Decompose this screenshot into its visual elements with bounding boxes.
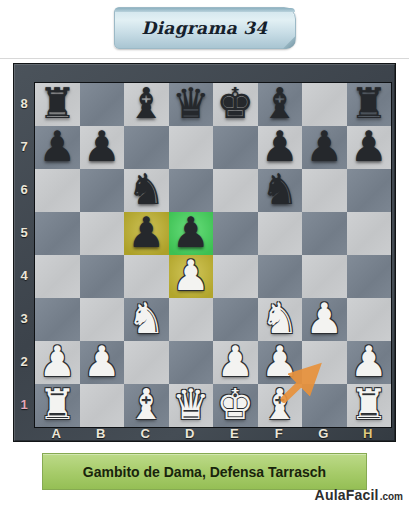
piece-black-queen: ♛ bbox=[172, 83, 210, 125]
square-g2 bbox=[302, 341, 347, 384]
file-label-a: A bbox=[34, 426, 79, 442]
square-f2: ♟ bbox=[258, 341, 303, 384]
square-h8: ♜ bbox=[347, 83, 392, 126]
separator-line bbox=[0, 58, 409, 59]
rank-labels: 87654321 bbox=[14, 82, 34, 426]
piece-black-king: ♚ bbox=[216, 83, 254, 125]
file-label-b: B bbox=[79, 426, 124, 442]
piece-black-bishop: ♝ bbox=[261, 83, 299, 125]
square-f4 bbox=[258, 255, 303, 298]
file-label-d: D bbox=[168, 426, 213, 442]
square-a3 bbox=[35, 298, 80, 341]
piece-black-rook: ♜ bbox=[350, 83, 388, 125]
square-g5 bbox=[302, 212, 347, 255]
square-b6 bbox=[80, 169, 125, 212]
square-a6 bbox=[35, 169, 80, 212]
square-g8 bbox=[302, 83, 347, 126]
page: Diagrama 34 87654321 ♜♝♛♚♝♜♟♟♟♟♟♞♞♟♟♟♞♞♟… bbox=[0, 7, 409, 490]
piece-black-knight: ♞ bbox=[261, 169, 299, 211]
piece-white-pawn: ♟ bbox=[305, 298, 343, 340]
square-e6 bbox=[213, 169, 258, 212]
piece-white-pawn: ♟ bbox=[216, 341, 254, 383]
square-d4: ♟ bbox=[169, 255, 214, 298]
square-e2: ♟ bbox=[213, 341, 258, 384]
piece-white-bishop: ♝ bbox=[261, 384, 299, 426]
square-g3: ♟ bbox=[302, 298, 347, 341]
square-a7: ♟ bbox=[35, 126, 80, 169]
square-f1: ♝ bbox=[258, 384, 303, 427]
rank-label-6: 6 bbox=[14, 168, 34, 211]
square-a1: ♜ bbox=[35, 384, 80, 427]
square-d6 bbox=[169, 169, 214, 212]
square-f8: ♝ bbox=[258, 83, 303, 126]
caption-banner: Gambito de Dama, Defensa Tarrasch bbox=[42, 453, 367, 490]
square-b3 bbox=[80, 298, 125, 341]
square-d8: ♛ bbox=[169, 83, 214, 126]
caption-text: Gambito de Dama, Defensa Tarrasch bbox=[83, 464, 326, 480]
square-d1: ♛ bbox=[169, 384, 214, 427]
square-d3 bbox=[169, 298, 214, 341]
square-c6: ♞ bbox=[124, 169, 169, 212]
square-h3 bbox=[347, 298, 392, 341]
piece-white-bishop: ♝ bbox=[127, 384, 165, 426]
square-g6 bbox=[302, 169, 347, 212]
square-g7: ♟ bbox=[302, 126, 347, 169]
watermark-suffix: .com bbox=[380, 491, 403, 502]
piece-white-rook: ♜ bbox=[38, 384, 76, 426]
board-squares: ♜♝♛♚♝♜♟♟♟♟♟♞♞♟♟♟♞♞♟♟♟♟♟♟♜♝♛♚♝♜ bbox=[34, 82, 392, 428]
square-a2: ♟ bbox=[35, 341, 80, 384]
piece-white-pawn: ♟ bbox=[38, 341, 76, 383]
square-h6 bbox=[347, 169, 392, 212]
square-e1: ♚ bbox=[213, 384, 258, 427]
file-label-g: G bbox=[301, 426, 346, 442]
square-g1 bbox=[302, 384, 347, 427]
chess-board: 87654321 ♜♝♛♚♝♜♟♟♟♟♟♞♞♟♟♟♞♞♟♟♟♟♟♟♜♝♛♚♝♜ … bbox=[13, 63, 396, 442]
square-c7 bbox=[124, 126, 169, 169]
square-c2 bbox=[124, 341, 169, 384]
piece-black-pawn: ♟ bbox=[172, 212, 210, 254]
piece-white-pawn: ♟ bbox=[83, 341, 121, 383]
square-f3: ♞ bbox=[258, 298, 303, 341]
square-b2: ♟ bbox=[80, 341, 125, 384]
square-c1: ♝ bbox=[124, 384, 169, 427]
file-label-e: E bbox=[212, 426, 257, 442]
square-b1 bbox=[80, 384, 125, 427]
piece-black-pawn: ♟ bbox=[127, 212, 165, 254]
square-f6: ♞ bbox=[258, 169, 303, 212]
square-e4 bbox=[213, 255, 258, 298]
piece-white-queen: ♛ bbox=[172, 384, 210, 426]
square-a5 bbox=[35, 212, 80, 255]
piece-black-pawn: ♟ bbox=[38, 126, 76, 168]
square-h4 bbox=[347, 255, 392, 298]
diagram-title-plaque: Diagrama 34 bbox=[114, 7, 296, 49]
rank-label-4: 4 bbox=[14, 254, 34, 297]
square-a8: ♜ bbox=[35, 83, 80, 126]
file-labels: ABCDEFGH bbox=[34, 426, 390, 442]
file-label-f: F bbox=[257, 426, 302, 442]
piece-white-king: ♚ bbox=[216, 384, 254, 426]
square-h2: ♟ bbox=[347, 341, 392, 384]
rank-label-5: 5 bbox=[14, 211, 34, 254]
piece-black-pawn: ♟ bbox=[305, 126, 343, 168]
square-c8: ♝ bbox=[124, 83, 169, 126]
piece-white-pawn: ♟ bbox=[172, 255, 210, 297]
square-d2 bbox=[169, 341, 214, 384]
watermark-brand: AulaFacil bbox=[315, 487, 379, 503]
square-h1: ♜ bbox=[347, 384, 392, 427]
square-a4 bbox=[35, 255, 80, 298]
square-e8: ♚ bbox=[213, 83, 258, 126]
square-e3 bbox=[213, 298, 258, 341]
piece-black-bishop: ♝ bbox=[127, 83, 165, 125]
square-e5 bbox=[213, 212, 258, 255]
rank-label-2: 2 bbox=[14, 340, 34, 383]
piece-white-pawn: ♟ bbox=[261, 341, 299, 383]
square-d5: ♟ bbox=[169, 212, 214, 255]
rank-label-3: 3 bbox=[14, 297, 34, 340]
square-c5: ♟ bbox=[124, 212, 169, 255]
rank-label-1: 1 bbox=[14, 383, 34, 426]
square-b8 bbox=[80, 83, 125, 126]
file-label-c: C bbox=[123, 426, 168, 442]
piece-black-pawn: ♟ bbox=[350, 126, 388, 168]
file-label-h: H bbox=[346, 426, 391, 442]
piece-white-knight: ♞ bbox=[261, 298, 299, 340]
square-g4 bbox=[302, 255, 347, 298]
square-b5 bbox=[80, 212, 125, 255]
rank-label-8: 8 bbox=[14, 82, 34, 125]
square-c3: ♞ bbox=[124, 298, 169, 341]
square-b4 bbox=[80, 255, 125, 298]
piece-black-knight: ♞ bbox=[127, 169, 165, 211]
piece-black-pawn: ♟ bbox=[83, 126, 121, 168]
square-c4 bbox=[124, 255, 169, 298]
rank-label-7: 7 bbox=[14, 125, 34, 168]
square-f7: ♟ bbox=[258, 126, 303, 169]
piece-black-rook: ♜ bbox=[38, 83, 76, 125]
diagram-title: Diagrama 34 bbox=[142, 18, 268, 38]
piece-white-knight: ♞ bbox=[127, 298, 165, 340]
square-h5 bbox=[347, 212, 392, 255]
piece-black-pawn: ♟ bbox=[261, 126, 299, 168]
square-f5 bbox=[258, 212, 303, 255]
piece-white-rook: ♜ bbox=[350, 384, 388, 426]
piece-white-pawn: ♟ bbox=[350, 341, 388, 383]
square-h7: ♟ bbox=[347, 126, 392, 169]
square-e7 bbox=[213, 126, 258, 169]
square-b7: ♟ bbox=[80, 126, 125, 169]
square-d7 bbox=[169, 126, 214, 169]
watermark: AulaFacil.com bbox=[315, 487, 403, 503]
